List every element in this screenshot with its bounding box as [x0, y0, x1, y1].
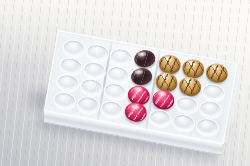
mold-cell-r4c2	[75, 94, 102, 116]
mold-cell-r4c6	[170, 112, 197, 134]
mold-cell-r4c4	[123, 103, 150, 125]
mold-cavity	[147, 108, 173, 129]
mold-cavity	[194, 117, 220, 138]
mold-cell-r4c7	[194, 116, 221, 138]
mold-cell-r4c1	[51, 90, 78, 112]
mold-cavity	[99, 99, 125, 120]
mold-cell-r4c3	[99, 99, 126, 121]
mold-cell-r4c5	[146, 107, 173, 129]
mold-cavity	[76, 95, 102, 116]
mold-cavity	[171, 112, 197, 133]
mold-cavity	[52, 90, 78, 111]
photo-scene	[0, 0, 250, 166]
